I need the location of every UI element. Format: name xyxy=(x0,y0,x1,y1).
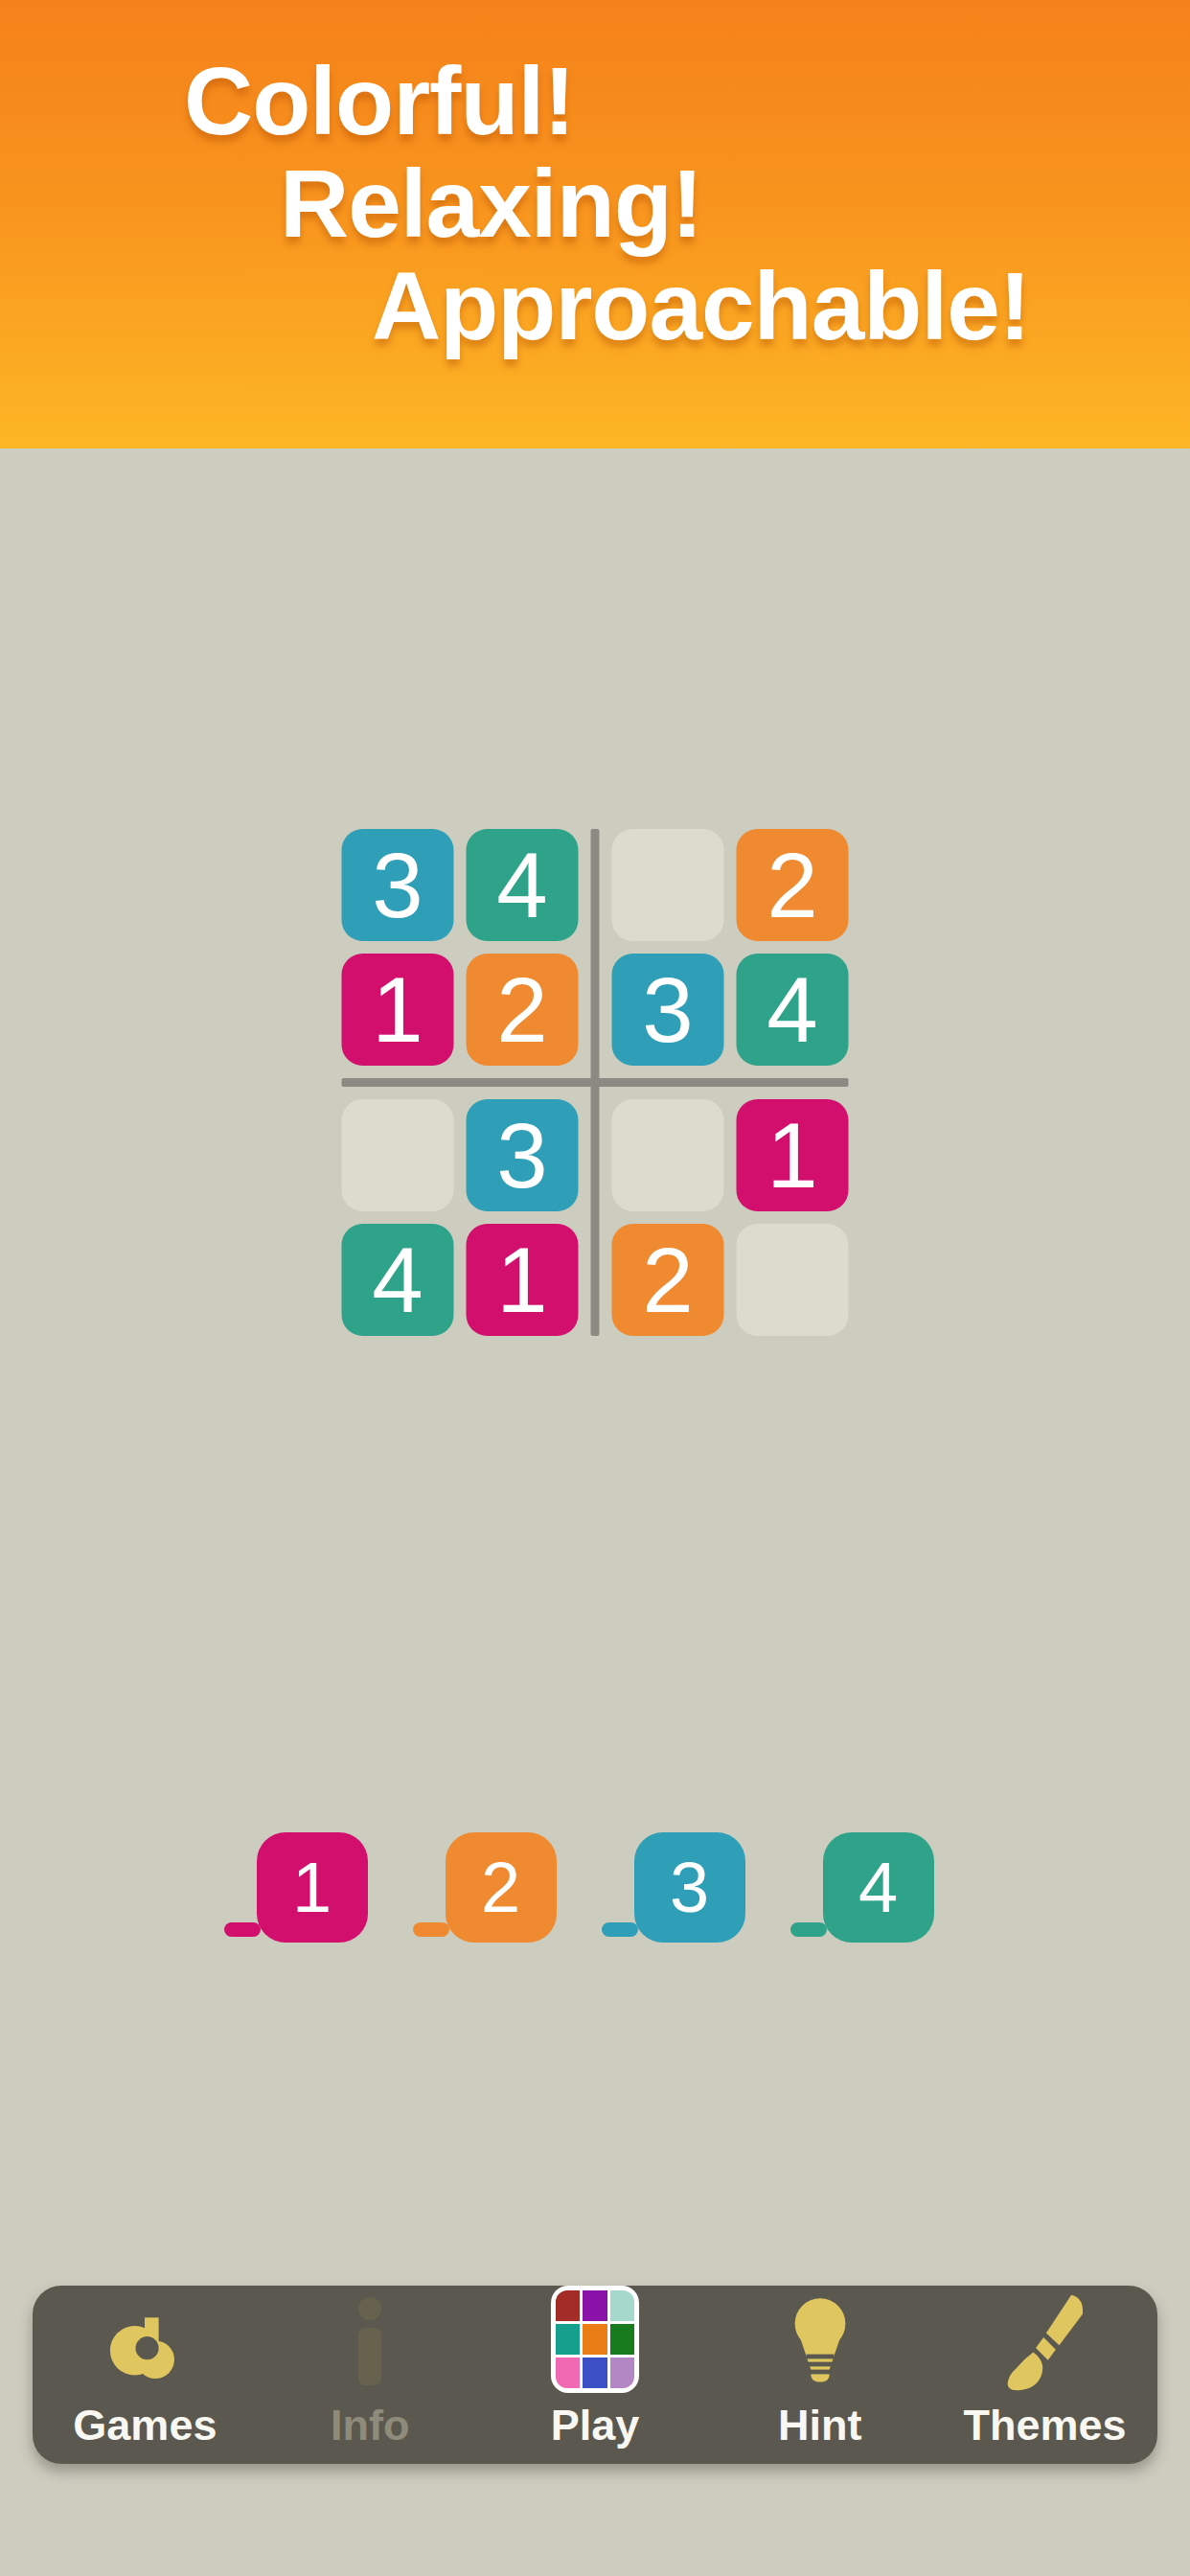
board-cell-filled[interactable]: 3 xyxy=(612,954,724,1066)
board-cell-filled[interactable]: 3 xyxy=(342,829,454,941)
number-tray: 1234 xyxy=(0,1832,1190,1943)
nav-label-hint: Hint xyxy=(778,2403,861,2449)
board-cell-filled[interactable]: 4 xyxy=(467,829,579,941)
headline-line-1: Colorful! xyxy=(0,50,1190,152)
board-cell-filled[interactable]: 1 xyxy=(737,1099,849,1211)
nav-item-hint[interactable]: Hint xyxy=(707,2286,932,2464)
play-icon-cell xyxy=(583,2324,606,2355)
play-icon-cell xyxy=(610,2357,634,2388)
board-cell-filled[interactable]: 2 xyxy=(737,829,849,941)
nav-item-play[interactable]: Play xyxy=(483,2286,708,2464)
nav-item-games[interactable]: Games xyxy=(33,2286,258,2464)
themes-icon xyxy=(1001,2286,1089,2393)
play-icon xyxy=(551,2286,639,2393)
board-cell-filled[interactable]: 2 xyxy=(612,1224,724,1336)
play-icon-cell xyxy=(556,2290,580,2321)
nav-label-info: Info xyxy=(331,2403,409,2449)
play-icon-cell xyxy=(556,2357,580,2388)
box-divider-horizontal xyxy=(342,1078,849,1087)
info-icon xyxy=(346,2286,394,2393)
headline-line-3: Approachable! xyxy=(0,255,1190,357)
tray-tile-1[interactable]: 1 xyxy=(257,1832,368,1943)
board-cell-empty[interactable] xyxy=(342,1099,454,1211)
nav-label-themes: Themes xyxy=(964,2403,1127,2449)
tray-tile-count-tab xyxy=(790,1922,827,1937)
tray-tile-4[interactable]: 4 xyxy=(823,1832,934,1943)
tray-tile-count-tab xyxy=(602,1922,638,1937)
play-icon-cell xyxy=(610,2324,634,2355)
play-icon-cell xyxy=(556,2324,580,2355)
nav-label-games: Games xyxy=(73,2403,217,2449)
play-icon-cell xyxy=(610,2290,634,2321)
board-cell-filled[interactable]: 2 xyxy=(467,954,579,1066)
board-cell-empty[interactable] xyxy=(612,1099,724,1211)
bottom-nav-bar: Games Info Play xyxy=(33,2286,1157,2464)
nav-label-play: Play xyxy=(551,2403,640,2449)
app-screen: Colorful! Relaxing! Approachable! 342123… xyxy=(0,0,1190,2576)
headline-line-2: Relaxing! xyxy=(0,152,1190,255)
tray-tile-3[interactable]: 3 xyxy=(634,1832,745,1943)
tray-tile-count-tab xyxy=(224,1922,261,1937)
nav-item-info[interactable]: Info xyxy=(258,2286,483,2464)
sudoku-board: 342123431412 xyxy=(342,829,849,1336)
board-cell-filled[interactable]: 1 xyxy=(342,954,454,1066)
play-icon-cell xyxy=(583,2357,606,2388)
board-cell-filled[interactable]: 4 xyxy=(342,1224,454,1336)
hint-icon xyxy=(782,2286,858,2393)
board-cell-empty[interactable] xyxy=(612,829,724,941)
board-cell-filled[interactable]: 1 xyxy=(467,1224,579,1336)
games-icon xyxy=(103,2286,186,2393)
play-icon-cell xyxy=(583,2290,606,2321)
promo-headline: Colorful! Relaxing! Approachable! xyxy=(0,50,1190,357)
tray-tile-2[interactable]: 2 xyxy=(446,1832,557,1943)
board-cell-filled[interactable]: 3 xyxy=(467,1099,579,1211)
nav-item-themes[interactable]: Themes xyxy=(932,2286,1157,2464)
board-cell-filled[interactable]: 4 xyxy=(737,954,849,1066)
promo-header: Colorful! Relaxing! Approachable! xyxy=(0,0,1190,448)
tray-tile-count-tab xyxy=(413,1922,449,1937)
board-cell-empty[interactable] xyxy=(737,1224,849,1336)
